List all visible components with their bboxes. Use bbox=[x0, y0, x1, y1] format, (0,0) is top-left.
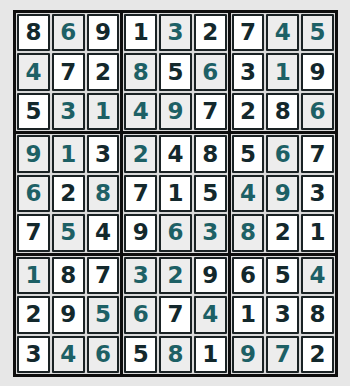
cell-r6c1[interactable]: 7 bbox=[17, 214, 50, 251]
cell-r9c9[interactable]: 2 bbox=[301, 336, 334, 373]
box-8: 329674581 bbox=[123, 256, 227, 374]
cell-r6c4[interactable]: 9 bbox=[124, 214, 157, 251]
cell-r9c5[interactable]: 8 bbox=[159, 336, 192, 373]
cell-r1c1[interactable]: 8 bbox=[17, 14, 50, 51]
cell-r4c7[interactable]: 5 bbox=[232, 135, 265, 172]
cell-r8c6[interactable]: 4 bbox=[194, 296, 227, 333]
cell-r1c2[interactable]: 6 bbox=[52, 14, 85, 51]
cell-r6c7[interactable]: 8 bbox=[232, 214, 265, 251]
cell-r5c1[interactable]: 6 bbox=[17, 175, 50, 212]
sudoku-board: 869472531 132856497 745319286 913628754 … bbox=[13, 10, 338, 377]
cell-r9c7[interactable]: 9 bbox=[232, 336, 265, 373]
cell-r4c8[interactable]: 6 bbox=[266, 135, 299, 172]
cell-r5c9[interactable]: 3 bbox=[301, 175, 334, 212]
cell-r4c3[interactable]: 3 bbox=[87, 135, 120, 172]
cell-r9c8[interactable]: 7 bbox=[266, 336, 299, 373]
cell-r8c1[interactable]: 2 bbox=[17, 296, 50, 333]
cell-r3c6[interactable]: 7 bbox=[194, 93, 227, 130]
cell-r4c1[interactable]: 9 bbox=[17, 135, 50, 172]
cell-r7c4[interactable]: 3 bbox=[124, 257, 157, 294]
cell-r4c4[interactable]: 2 bbox=[124, 135, 157, 172]
cell-r3c8[interactable]: 8 bbox=[266, 93, 299, 130]
cell-r5c2[interactable]: 2 bbox=[52, 175, 85, 212]
cell-r2c3[interactable]: 2 bbox=[87, 53, 120, 90]
cell-r2c5[interactable]: 5 bbox=[159, 53, 192, 90]
cell-r4c6[interactable]: 8 bbox=[194, 135, 227, 172]
cell-r7c7[interactable]: 6 bbox=[232, 257, 265, 294]
cell-r7c5[interactable]: 2 bbox=[159, 257, 192, 294]
cell-r9c2[interactable]: 4 bbox=[52, 336, 85, 373]
cell-r2c1[interactable]: 4 bbox=[17, 53, 50, 90]
cell-r2c9[interactable]: 9 bbox=[301, 53, 334, 90]
box-3: 745319286 bbox=[231, 13, 335, 131]
box-9: 654138972 bbox=[231, 256, 335, 374]
cell-r7c6[interactable]: 9 bbox=[194, 257, 227, 294]
cell-r8c9[interactable]: 8 bbox=[301, 296, 334, 333]
cell-r8c2[interactable]: 9 bbox=[52, 296, 85, 333]
cell-r6c2[interactable]: 5 bbox=[52, 214, 85, 251]
box-2: 132856497 bbox=[123, 13, 227, 131]
cell-r5c8[interactable]: 9 bbox=[266, 175, 299, 212]
cell-r4c5[interactable]: 4 bbox=[159, 135, 192, 172]
cell-r8c3[interactable]: 5 bbox=[87, 296, 120, 333]
cell-r7c1[interactable]: 1 bbox=[17, 257, 50, 294]
cell-r1c7[interactable]: 7 bbox=[232, 14, 265, 51]
cell-r4c9[interactable]: 7 bbox=[301, 135, 334, 172]
cell-r5c4[interactable]: 7 bbox=[124, 175, 157, 212]
cell-r2c4[interactable]: 8 bbox=[124, 53, 157, 90]
cell-r6c5[interactable]: 6 bbox=[159, 214, 192, 251]
cell-r7c9[interactable]: 4 bbox=[301, 257, 334, 294]
cell-r8c7[interactable]: 1 bbox=[232, 296, 265, 333]
cell-r2c6[interactable]: 6 bbox=[194, 53, 227, 90]
cell-r9c1[interactable]: 3 bbox=[17, 336, 50, 373]
cell-r1c3[interactable]: 9 bbox=[87, 14, 120, 51]
cell-r1c5[interactable]: 3 bbox=[159, 14, 192, 51]
cell-r8c8[interactable]: 3 bbox=[266, 296, 299, 333]
cell-r8c5[interactable]: 7 bbox=[159, 296, 192, 333]
cell-r8c4[interactable]: 6 bbox=[124, 296, 157, 333]
cell-r6c3[interactable]: 4 bbox=[87, 214, 120, 251]
cell-r6c8[interactable]: 2 bbox=[266, 214, 299, 251]
box-6: 567493821 bbox=[231, 134, 335, 252]
cell-r1c6[interactable]: 2 bbox=[194, 14, 227, 51]
cell-r9c6[interactable]: 1 bbox=[194, 336, 227, 373]
cell-r5c6[interactable]: 5 bbox=[194, 175, 227, 212]
cell-r7c3[interactable]: 7 bbox=[87, 257, 120, 294]
cell-r2c2[interactable]: 7 bbox=[52, 53, 85, 90]
cell-r3c4[interactable]: 4 bbox=[124, 93, 157, 130]
cell-r3c3[interactable]: 1 bbox=[87, 93, 120, 130]
box-5: 248715963 bbox=[123, 134, 227, 252]
cell-r6c6[interactable]: 3 bbox=[194, 214, 227, 251]
box-7: 187295346 bbox=[16, 256, 120, 374]
cell-r7c8[interactable]: 5 bbox=[266, 257, 299, 294]
box-1: 869472531 bbox=[16, 13, 120, 131]
cell-r2c8[interactable]: 1 bbox=[266, 53, 299, 90]
cell-r5c3[interactable]: 8 bbox=[87, 175, 120, 212]
cell-r5c5[interactable]: 1 bbox=[159, 175, 192, 212]
cell-r9c3[interactable]: 6 bbox=[87, 336, 120, 373]
cell-r2c7[interactable]: 3 bbox=[232, 53, 265, 90]
cell-r9c4[interactable]: 5 bbox=[124, 336, 157, 373]
cell-r3c9[interactable]: 6 bbox=[301, 93, 334, 130]
cell-r1c4[interactable]: 1 bbox=[124, 14, 157, 51]
cell-r4c2[interactable]: 1 bbox=[52, 135, 85, 172]
cell-r3c1[interactable]: 5 bbox=[17, 93, 50, 130]
cell-r6c9[interactable]: 1 bbox=[301, 214, 334, 251]
cell-r3c5[interactable]: 9 bbox=[159, 93, 192, 130]
cell-r7c2[interactable]: 8 bbox=[52, 257, 85, 294]
cell-r1c8[interactable]: 4 bbox=[266, 14, 299, 51]
cell-r5c7[interactable]: 4 bbox=[232, 175, 265, 212]
cell-r3c7[interactable]: 2 bbox=[232, 93, 265, 130]
cell-r3c2[interactable]: 3 bbox=[52, 93, 85, 130]
box-4: 913628754 bbox=[16, 134, 120, 252]
cell-r1c9[interactable]: 5 bbox=[301, 14, 334, 51]
